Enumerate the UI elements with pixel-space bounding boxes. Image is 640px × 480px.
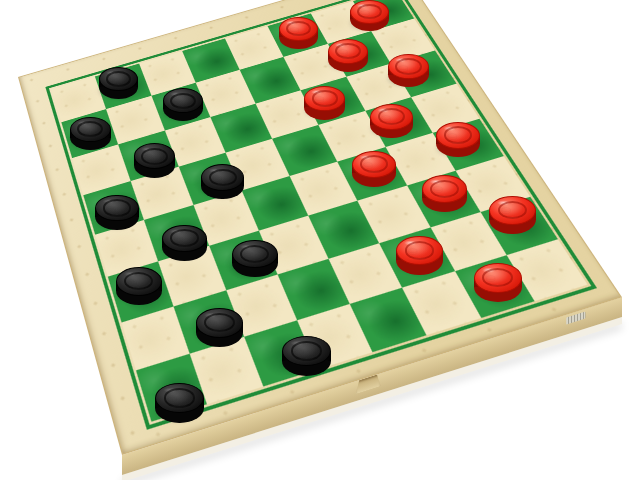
piece-glyph: ⛀ bbox=[433, 182, 443, 196]
piece-glyph: ⛀ bbox=[289, 23, 299, 37]
red-checker-g3[interactable]: ⛀ bbox=[422, 175, 467, 212]
piece-glyph: ⛀ bbox=[447, 129, 457, 143]
piece-glyph: ⛀ bbox=[408, 244, 418, 258]
piece-glyph: ⛂ bbox=[167, 391, 177, 405]
red-checker-g5[interactable]: ⛀ bbox=[370, 104, 412, 139]
red-checker-f2[interactable]: ⛀ bbox=[396, 236, 443, 274]
black-checker-c1[interactable]: ⛂ bbox=[282, 336, 331, 376]
black-checker-a3[interactable]: ⛂ bbox=[116, 267, 162, 305]
piece-glyph: ⛂ bbox=[106, 202, 116, 216]
red-checker-g7[interactable]: ⛀ bbox=[328, 39, 368, 72]
piece-glyph: ⛀ bbox=[486, 271, 496, 285]
piece-glyph: ⛀ bbox=[398, 61, 408, 75]
piece-glyph: ⛂ bbox=[173, 95, 183, 109]
piece-glyph: ⛂ bbox=[212, 171, 222, 185]
piece-glyph: ⛀ bbox=[338, 45, 348, 59]
black-checker-c3[interactable]: ⛂ bbox=[232, 240, 278, 278]
piece-glyph: ⛂ bbox=[127, 275, 137, 289]
red-checker-h8[interactable]: ⛀ bbox=[350, 0, 389, 31]
black-checker-b6[interactable]: ⛂ bbox=[134, 143, 176, 177]
red-checker-g1[interactable]: ⛀ bbox=[474, 263, 522, 303]
black-checker-a1[interactable]: ⛂ bbox=[155, 383, 204, 423]
black-checker-c5[interactable]: ⛂ bbox=[201, 164, 244, 199]
black-checker-b4[interactable]: ⛂ bbox=[162, 225, 206, 261]
red-checker-f6[interactable]: ⛀ bbox=[304, 86, 345, 120]
black-checker-a7[interactable]: ⛂ bbox=[70, 117, 111, 150]
piece-glyph: ⛂ bbox=[208, 316, 218, 330]
piece-glyph: ⛀ bbox=[501, 203, 511, 217]
red-checker-f4[interactable]: ⛀ bbox=[352, 151, 396, 187]
piece-glyph: ⛀ bbox=[360, 6, 370, 20]
piece-glyph: ⛂ bbox=[294, 344, 304, 358]
piece-glyph: ⛂ bbox=[173, 232, 183, 246]
black-checker-b8[interactable]: ⛂ bbox=[99, 67, 138, 99]
piece-glyph: ⛂ bbox=[144, 150, 154, 164]
photo-canvas: ⛂⛀⛀⛂⛂⛀⛂⛀⛀⛂⛂⛀⛂⛀⛀⛂⛂⛀⛂⛀⛀⛂⛂⛀ bbox=[0, 0, 640, 480]
black-checker-a5[interactable]: ⛂ bbox=[95, 195, 138, 230]
piece-glyph: ⛀ bbox=[363, 158, 373, 172]
red-checker-h2[interactable]: ⛀ bbox=[489, 196, 536, 234]
piece-glyph: ⛀ bbox=[381, 111, 391, 125]
piece-glyph: ⛂ bbox=[80, 123, 90, 137]
piece-glyph: ⛀ bbox=[314, 92, 324, 106]
piece-glyph: ⛂ bbox=[109, 73, 119, 87]
piece-glyph: ⛂ bbox=[243, 247, 253, 261]
red-checker-h6[interactable]: ⛀ bbox=[388, 54, 429, 88]
red-checker-f8[interactable]: ⛀ bbox=[279, 17, 318, 49]
black-checker-b2[interactable]: ⛂ bbox=[196, 308, 243, 347]
black-checker-c7[interactable]: ⛂ bbox=[163, 88, 203, 121]
red-checker-h4[interactable]: ⛀ bbox=[436, 122, 480, 158]
